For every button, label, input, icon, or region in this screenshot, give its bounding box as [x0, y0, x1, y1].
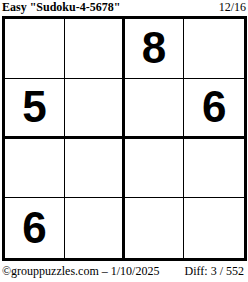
cell-r1c1[interactable]: [5, 19, 65, 79]
cell-r2c2[interactable]: [65, 79, 125, 139]
cell-r4c4[interactable]: [184, 198, 244, 258]
difficulty-rating: Diff: 3 / 552: [185, 264, 244, 279]
puzzle-header: Easy "Sudoku-4-5678" 12/16: [2, 0, 246, 15]
puzzle-title: Easy "Sudoku-4-5678": [2, 0, 120, 14]
cell-r3c3[interactable]: [125, 139, 185, 199]
given-digit: 6: [202, 85, 226, 129]
given-digit: 5: [22, 85, 46, 129]
cell-r3c2[interactable]: [65, 139, 125, 199]
cell-r4c3[interactable]: [125, 198, 185, 258]
given-digit: 6: [22, 206, 46, 250]
cell-r1c2[interactable]: [65, 19, 125, 79]
cell-r4c1[interactable]: 6: [5, 198, 65, 258]
given-digit: 8: [142, 26, 166, 70]
cell-r4c2[interactable]: [65, 198, 125, 258]
cell-r2c1[interactable]: 5: [5, 79, 65, 139]
cell-r2c3[interactable]: [125, 79, 185, 139]
empty-cell-counter: 12/16: [219, 0, 246, 14]
sudoku-board: 8 5 6 6: [2, 16, 247, 261]
cell-r3c1[interactable]: [5, 139, 65, 199]
cell-r3c4[interactable]: [184, 139, 244, 199]
copyright-date: ©grouppuzzles.com – 1/10/2025: [2, 264, 159, 279]
cell-r2c4[interactable]: 6: [184, 79, 244, 139]
cell-r1c3[interactable]: 8: [125, 19, 185, 79]
puzzle-footer: ©grouppuzzles.com – 1/10/2025 Diff: 3 / …: [2, 264, 244, 280]
cell-r1c4[interactable]: [184, 19, 244, 79]
